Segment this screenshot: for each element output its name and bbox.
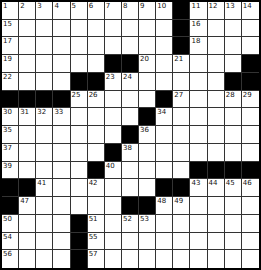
grid-cell[interactable] [225, 144, 242, 162]
clue-number: 17 [3, 37, 12, 45]
grid-cell[interactable] [190, 55, 207, 73]
grid-cell[interactable] [36, 215, 53, 233]
clue-number: 33 [54, 108, 63, 116]
grid-cell[interactable] [122, 233, 139, 251]
grid-cell[interactable] [53, 37, 70, 55]
block-cell [71, 215, 88, 233]
clue-number: 14 [243, 2, 252, 10]
clue-number: 10 [157, 2, 166, 10]
grid-cell[interactable]: 5 [71, 2, 88, 20]
clue-number: 3 [37, 2, 41, 10]
grid-cell[interactable] [156, 233, 173, 251]
grid-cell[interactable] [19, 73, 36, 91]
grid-cell[interactable] [53, 73, 70, 91]
clue-number: 13 [226, 2, 235, 10]
grid-cell[interactable] [19, 126, 36, 144]
grid-cell[interactable]: 34 [156, 108, 173, 126]
clue-number: 16 [191, 20, 200, 28]
grid-cell[interactable] [139, 250, 156, 268]
clue-number: 43 [191, 179, 200, 187]
grid-cell[interactable] [208, 20, 225, 38]
grid-cell[interactable] [88, 197, 105, 215]
grid-cell[interactable]: 49 [173, 197, 190, 215]
grid-cell[interactable]: 17 [2, 37, 19, 55]
grid-cell[interactable] [173, 162, 190, 180]
grid-cell[interactable]: 12 [208, 2, 225, 20]
grid-cell[interactable] [105, 250, 122, 268]
grid-cell[interactable] [225, 215, 242, 233]
grid-cell[interactable] [71, 37, 88, 55]
grid-cell[interactable]: 25 [71, 91, 88, 109]
grid-cell[interactable] [208, 215, 225, 233]
grid-cell[interactable] [88, 144, 105, 162]
grid-cell[interactable] [208, 233, 225, 251]
clue-number: 49 [174, 197, 183, 205]
clue-number: 53 [140, 215, 149, 223]
clue-number: 38 [123, 144, 132, 152]
block-cell [173, 179, 190, 197]
grid-cell[interactable]: 51 [88, 215, 105, 233]
clue-number: 34 [157, 108, 166, 116]
grid-cell[interactable] [105, 108, 122, 126]
clue-number: 50 [3, 215, 12, 223]
grid-cell[interactable]: 44 [208, 179, 225, 197]
grid-cell[interactable]: 21 [173, 55, 190, 73]
grid-cell[interactable]: 37 [2, 144, 19, 162]
grid-cell[interactable]: 16 [190, 20, 207, 38]
grid-cell[interactable] [122, 20, 139, 38]
block-cell [105, 144, 122, 162]
grid-cell[interactable] [36, 162, 53, 180]
grid-cell[interactable]: 8 [122, 2, 139, 20]
grid-cell[interactable] [105, 37, 122, 55]
grid-cell[interactable] [122, 108, 139, 126]
block-cell [2, 179, 19, 197]
grid-cell[interactable]: 29 [242, 91, 259, 109]
block-cell [242, 162, 259, 180]
grid-cell[interactable] [208, 250, 225, 268]
clue-number: 52 [123, 215, 132, 223]
grid-cell[interactable] [71, 144, 88, 162]
grid-cell[interactable]: 27 [173, 91, 190, 109]
clue-number: 7 [106, 2, 110, 10]
grid-cell[interactable] [88, 20, 105, 38]
clue-number: 15 [3, 20, 12, 28]
grid-cell[interactable] [53, 126, 70, 144]
grid-cell[interactable] [225, 233, 242, 251]
grid-cell[interactable] [88, 108, 105, 126]
grid-cell[interactable] [173, 108, 190, 126]
grid-cell[interactable] [190, 126, 207, 144]
grid-cell[interactable] [122, 37, 139, 55]
grid-cell[interactable]: 14 [242, 2, 259, 20]
grid-cell[interactable] [242, 37, 259, 55]
clue-number: 18 [191, 37, 200, 45]
grid-cell[interactable]: 46 [242, 179, 259, 197]
block-cell [36, 91, 53, 109]
grid-cell[interactable]: 35 [2, 126, 19, 144]
block-cell [173, 37, 190, 55]
grid-cell[interactable] [71, 108, 88, 126]
block-cell [190, 162, 207, 180]
block-cell [19, 179, 36, 197]
clue-number: 45 [226, 179, 235, 187]
clue-number: 6 [89, 2, 93, 10]
grid-cell[interactable]: 39 [2, 162, 19, 180]
grid-cell[interactable] [139, 162, 156, 180]
block-cell [53, 91, 70, 109]
clue-number: 30 [3, 108, 12, 116]
clue-number: 8 [123, 2, 127, 10]
grid-cell[interactable] [88, 55, 105, 73]
grid-cell[interactable] [36, 126, 53, 144]
clue-number: 5 [72, 2, 76, 10]
grid-cell[interactable]: 32 [36, 108, 53, 126]
clue-number: 27 [174, 91, 183, 99]
clue-number: 21 [174, 55, 183, 63]
grid-cell[interactable] [156, 73, 173, 91]
grid-cell[interactable]: 40 [105, 162, 122, 180]
grid-cell[interactable]: 13 [225, 2, 242, 20]
block-cell [156, 91, 173, 109]
grid-cell[interactable] [19, 162, 36, 180]
grid-cell[interactable] [225, 250, 242, 268]
clue-number: 29 [243, 91, 252, 99]
grid-cell[interactable] [225, 197, 242, 215]
grid-cell[interactable] [225, 55, 242, 73]
grid-cell[interactable] [139, 233, 156, 251]
grid-cell[interactable] [19, 250, 36, 268]
grid-cell[interactable] [105, 215, 122, 233]
grid-cell[interactable] [190, 73, 207, 91]
grid-cell[interactable] [139, 144, 156, 162]
block-cell [71, 250, 88, 268]
grid-cell[interactable] [105, 20, 122, 38]
grid-cell[interactable] [53, 20, 70, 38]
grid-cell[interactable]: 28 [225, 91, 242, 109]
grid-cell[interactable] [19, 233, 36, 251]
clue-number: 32 [37, 108, 46, 116]
grid-cell[interactable] [139, 91, 156, 109]
grid-cell[interactable] [190, 197, 207, 215]
grid-cell[interactable]: 41 [36, 179, 53, 197]
grid-cell[interactable]: 43 [190, 179, 207, 197]
block-cell [139, 197, 156, 215]
block-cell [2, 91, 19, 109]
grid-cell[interactable]: 26 [88, 91, 105, 109]
grid-cell[interactable] [208, 108, 225, 126]
grid-cell[interactable] [36, 233, 53, 251]
grid-cell[interactable] [225, 126, 242, 144]
grid-cell[interactable]: 1 [2, 2, 19, 20]
block-cell [139, 108, 156, 126]
grid-cell[interactable] [173, 144, 190, 162]
grid-cell[interactable] [156, 162, 173, 180]
clue-number: 35 [3, 126, 12, 134]
grid-cell[interactable]: 55 [88, 233, 105, 251]
grid-cell[interactable]: 18 [190, 37, 207, 55]
grid-cell[interactable] [242, 215, 259, 233]
grid-cell[interactable] [242, 108, 259, 126]
grid-cell[interactable] [53, 55, 70, 73]
grid-cell[interactable] [53, 197, 70, 215]
grid-cell[interactable] [19, 55, 36, 73]
grid-cell[interactable] [53, 250, 70, 268]
clue-number: 39 [3, 162, 12, 170]
grid-cell[interactable] [208, 91, 225, 109]
clue-number: 37 [3, 144, 12, 152]
grid-cell[interactable] [71, 197, 88, 215]
grid-cell[interactable]: 22 [2, 73, 19, 91]
grid-cell[interactable] [190, 250, 207, 268]
grid-cell[interactable] [122, 162, 139, 180]
grid-cell[interactable]: 31 [19, 108, 36, 126]
grid-cell[interactable] [208, 197, 225, 215]
grid-cell[interactable]: 30 [2, 108, 19, 126]
grid-cell[interactable]: 2 [19, 2, 36, 20]
grid-cell[interactable]: 47 [19, 197, 36, 215]
clue-number: 47 [20, 197, 29, 205]
grid-cell[interactable]: 23 [105, 73, 122, 91]
grid-cell[interactable] [173, 126, 190, 144]
grid-cell[interactable] [36, 55, 53, 73]
grid-cell[interactable] [71, 20, 88, 38]
grid-cell[interactable] [156, 250, 173, 268]
grid-cell[interactable] [36, 197, 53, 215]
grid-cell[interactable] [208, 37, 225, 55]
grid-cell[interactable] [122, 91, 139, 109]
block-cell [242, 73, 259, 91]
grid-cell[interactable] [53, 162, 70, 180]
grid-cell[interactable] [105, 126, 122, 144]
grid-cell[interactable] [53, 215, 70, 233]
clue-number: 20 [140, 55, 149, 63]
grid-cell[interactable]: 36 [139, 126, 156, 144]
block-cell [88, 73, 105, 91]
grid-cell[interactable]: 57 [88, 250, 105, 268]
grid-cell[interactable]: 56 [2, 250, 19, 268]
clue-number: 36 [140, 126, 149, 134]
grid-cell[interactable] [173, 250, 190, 268]
clue-number: 54 [3, 233, 12, 241]
clue-number: 28 [226, 91, 235, 99]
grid-cell[interactable] [105, 233, 122, 251]
clue-number: 9 [140, 2, 144, 10]
grid-cell[interactable] [242, 20, 259, 38]
grid-cell[interactable] [122, 179, 139, 197]
block-cell [105, 55, 122, 73]
clue-number: 19 [3, 55, 12, 63]
grid-cell[interactable]: 4 [53, 2, 70, 20]
grid-cell[interactable]: 24 [122, 73, 139, 91]
block-cell [2, 197, 19, 215]
grid-cell[interactable]: 10 [156, 2, 173, 20]
clue-number: 2 [20, 2, 24, 10]
clue-number: 1 [3, 2, 7, 10]
grid-cell[interactable] [36, 20, 53, 38]
clue-number: 48 [157, 197, 166, 205]
clue-number: 11 [191, 2, 200, 10]
block-cell [71, 73, 88, 91]
grid-cell[interactable] [105, 197, 122, 215]
grid-cell[interactable] [190, 215, 207, 233]
block-cell [88, 162, 105, 180]
grid-cell[interactable] [88, 126, 105, 144]
block-cell [19, 91, 36, 109]
block-cell [173, 20, 190, 38]
clue-number: 57 [89, 250, 98, 258]
clue-number: 55 [89, 233, 98, 241]
grid-cell[interactable] [105, 91, 122, 109]
grid-cell[interactable] [225, 37, 242, 55]
clue-number: 44 [209, 179, 218, 187]
clue-number: 42 [89, 179, 98, 187]
grid-cell[interactable]: 38 [122, 144, 139, 162]
grid-cell[interactable]: 42 [88, 179, 105, 197]
block-cell [173, 2, 190, 20]
block-cell [122, 126, 139, 144]
grid-cell[interactable] [139, 73, 156, 91]
grid-cell[interactable] [53, 144, 70, 162]
grid-cell[interactable] [156, 126, 173, 144]
grid-cell[interactable] [156, 55, 173, 73]
grid-cell[interactable] [208, 126, 225, 144]
grid-cell[interactable] [139, 20, 156, 38]
grid-cell[interactable]: 19 [2, 55, 19, 73]
block-cell [71, 233, 88, 251]
clue-number: 40 [106, 162, 115, 170]
clue-number: 24 [123, 73, 132, 81]
clue-number: 31 [20, 108, 29, 116]
clue-number: 51 [89, 215, 98, 223]
grid-cell[interactable] [225, 20, 242, 38]
clue-number: 26 [89, 91, 98, 99]
grid-cell[interactable]: 48 [156, 197, 173, 215]
block-cell [225, 162, 242, 180]
grid-cell[interactable] [242, 126, 259, 144]
grid-cell[interactable] [19, 20, 36, 38]
grid-cell[interactable] [36, 73, 53, 91]
clue-number: 56 [3, 250, 12, 258]
grid-cell[interactable]: 3 [36, 2, 53, 20]
grid-cell[interactable] [139, 179, 156, 197]
grid-cell[interactable] [156, 144, 173, 162]
crossword-grid: 1234567891011121314151617181920212223242… [0, 0, 261, 270]
grid-cell[interactable] [242, 144, 259, 162]
clue-number: 46 [243, 179, 252, 187]
grid-cell[interactable]: 6 [88, 2, 105, 20]
grid-cell[interactable] [190, 91, 207, 109]
clue-number: 25 [72, 91, 81, 99]
grid-cell[interactable] [190, 108, 207, 126]
grid-cell[interactable] [71, 162, 88, 180]
grid-cell[interactable] [19, 215, 36, 233]
grid-cell[interactable] [242, 233, 259, 251]
grid-cell[interactable] [122, 250, 139, 268]
grid-cell[interactable] [156, 37, 173, 55]
grid-cell[interactable] [208, 73, 225, 91]
grid-cell[interactable] [156, 20, 173, 38]
clue-number: 41 [37, 179, 46, 187]
grid-cell[interactable] [71, 55, 88, 73]
grid-cell[interactable] [71, 179, 88, 197]
grid-cell[interactable] [156, 215, 173, 233]
block-cell [122, 55, 139, 73]
grid-cell[interactable] [173, 73, 190, 91]
grid-cell[interactable] [36, 37, 53, 55]
grid-cell[interactable] [173, 215, 190, 233]
grid-cell[interactable]: 7 [105, 2, 122, 20]
block-cell [225, 73, 242, 91]
grid-cell[interactable] [19, 37, 36, 55]
grid-cell[interactable] [208, 55, 225, 73]
block-cell [208, 162, 225, 180]
grid-cell[interactable] [36, 144, 53, 162]
grid-cell[interactable] [242, 250, 259, 268]
clue-number: 4 [54, 2, 58, 10]
grid-cell[interactable]: 15 [2, 20, 19, 38]
grid-cell[interactable] [139, 37, 156, 55]
grid-cell[interactable]: 20 [139, 55, 156, 73]
grid-cell[interactable] [53, 179, 70, 197]
grid-cell[interactable]: 33 [53, 108, 70, 126]
grid-cell[interactable]: 53 [139, 215, 156, 233]
grid-cell[interactable] [105, 179, 122, 197]
grid-cell[interactable]: 54 [2, 233, 19, 251]
block-cell [242, 55, 259, 73]
grid-cell[interactable] [190, 233, 207, 251]
block-cell [156, 179, 173, 197]
clue-number: 23 [106, 73, 115, 81]
grid-cell[interactable]: 9 [139, 2, 156, 20]
grid-cell[interactable] [19, 144, 36, 162]
grid-cell[interactable] [225, 108, 242, 126]
grid-cell[interactable] [71, 126, 88, 144]
grid-cell[interactable]: 52 [122, 215, 139, 233]
grid-cell[interactable] [88, 37, 105, 55]
grid-cell[interactable]: 11 [190, 2, 207, 20]
grid-cell[interactable] [208, 144, 225, 162]
grid-cell[interactable] [53, 233, 70, 251]
grid-cell[interactable]: 50 [2, 215, 19, 233]
grid-cell[interactable]: 45 [225, 179, 242, 197]
block-cell [122, 197, 139, 215]
clue-number: 12 [209, 2, 218, 10]
grid-cell[interactable] [190, 144, 207, 162]
grid-cell[interactable] [242, 197, 259, 215]
clue-number: 22 [3, 73, 12, 81]
grid-cell[interactable] [173, 233, 190, 251]
grid-cell[interactable] [36, 250, 53, 268]
